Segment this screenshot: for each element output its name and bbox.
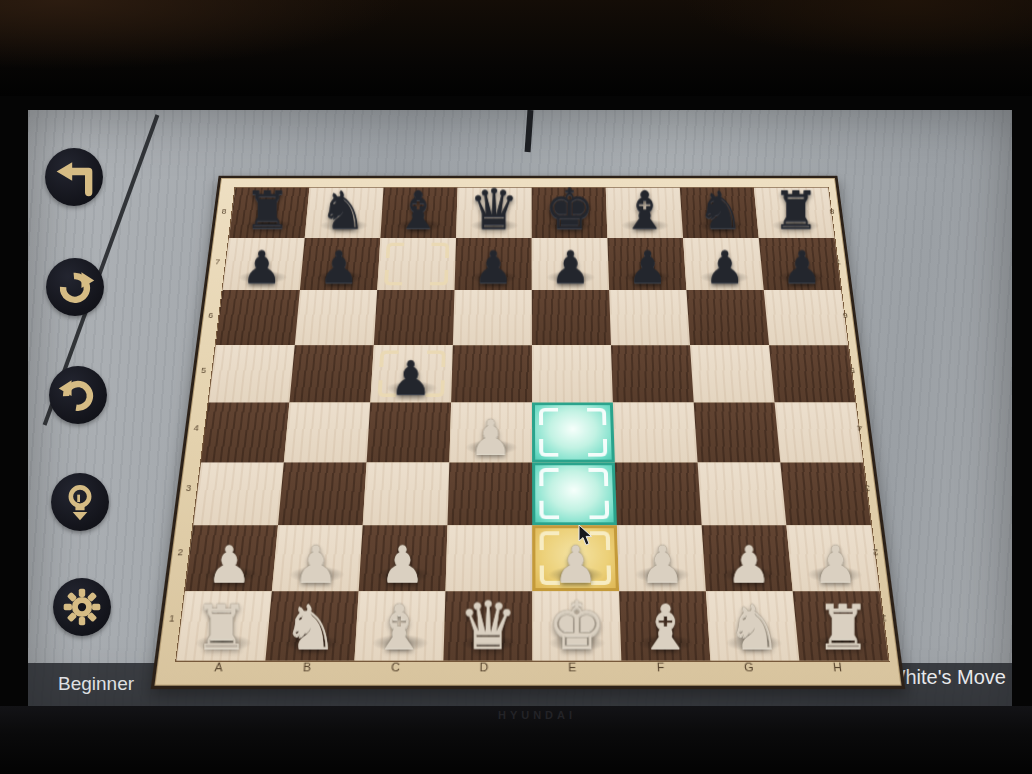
square-h1[interactable]: ♜ xyxy=(793,591,889,660)
square-b1[interactable]: ♞ xyxy=(265,591,358,660)
square-d3[interactable] xyxy=(447,462,532,525)
file-label-F: F xyxy=(616,660,705,680)
square-d5[interactable] xyxy=(451,345,532,402)
room-background xyxy=(0,0,1032,96)
highlight-corner xyxy=(588,439,608,457)
square-c7[interactable] xyxy=(377,238,456,290)
square-h5[interactable] xyxy=(769,345,855,402)
square-b4[interactable] xyxy=(284,402,370,462)
square-f2[interactable]: ♟ xyxy=(617,525,706,591)
square-h7[interactable]: ♟ xyxy=(759,238,841,290)
tv-photo: Beginner 2.White's Move ♜♞♝♛♚♝♞♜♟♟♟♟♟♟♟♟… xyxy=(0,0,1032,774)
square-f4[interactable] xyxy=(613,402,698,462)
file-labels: ABCDEFGH xyxy=(173,660,883,680)
chess-app-screen: Beginner 2.White's Move ♜♞♝♛♚♝♞♜♟♟♟♟♟♟♟♟… xyxy=(28,110,1012,706)
square-e2[interactable]: ♟ xyxy=(532,525,619,591)
square-e7[interactable]: ♟ xyxy=(532,238,609,290)
square-f1[interactable]: ♝ xyxy=(619,591,710,660)
white-bishop-c1: ♝ xyxy=(355,597,444,658)
file-label-H: H xyxy=(793,660,884,680)
square-f6[interactable] xyxy=(609,290,690,345)
highlight-corner xyxy=(539,439,558,457)
file-label-D: D xyxy=(439,660,528,680)
square-h3[interactable] xyxy=(780,462,871,525)
square-b6[interactable] xyxy=(295,290,377,345)
square-g5[interactable] xyxy=(690,345,775,402)
black-queen-d8: ♛ xyxy=(456,181,532,237)
file-label-A: A xyxy=(173,660,264,680)
tv-brand-logo: HYUNDAI xyxy=(472,709,602,721)
square-g2[interactable]: ♟ xyxy=(702,525,793,591)
square-h8[interactable]: ♜ xyxy=(754,188,835,238)
undo-button[interactable] xyxy=(49,366,107,424)
square-g8[interactable]: ♞ xyxy=(680,188,759,238)
white-queen-d1: ♛ xyxy=(444,593,533,659)
square-h6[interactable] xyxy=(764,290,848,345)
white-pawn-d4: ♟ xyxy=(450,413,533,461)
square-e4[interactable] xyxy=(532,402,615,462)
highlight-corner xyxy=(431,243,449,258)
black-king-e8: ♚ xyxy=(532,181,608,237)
highlight-corner xyxy=(539,408,558,425)
highlight-corner xyxy=(588,468,608,486)
square-f5[interactable] xyxy=(611,345,694,402)
black-pawn-c5: ♟ xyxy=(371,354,452,401)
square-b7[interactable]: ♟ xyxy=(300,238,381,290)
square-a8[interactable]: ♜ xyxy=(229,188,309,238)
black-bishop-f8: ♝ xyxy=(607,185,683,237)
square-e1[interactable]: ♚ xyxy=(532,591,621,660)
square-d2[interactable] xyxy=(445,525,532,591)
square-e5[interactable] xyxy=(532,345,613,402)
highlight-corner xyxy=(539,468,559,486)
rank-label-5: 5 xyxy=(843,342,862,398)
square-a5[interactable] xyxy=(209,345,295,402)
chess-board: ♜♞♝♛♚♝♞♜♟♟♟♟♟♟♟♟♟♟♟♟♟♟♟♟♜♞♝♛♚♝♞♜ 8765432… xyxy=(151,176,906,689)
square-a7[interactable]: ♟ xyxy=(223,238,305,290)
circular-arrow-cw-icon xyxy=(46,265,104,309)
square-d7[interactable]: ♟ xyxy=(454,238,531,290)
white-rook-a1: ♜ xyxy=(177,597,266,658)
bent-arrow-left-icon xyxy=(45,155,103,199)
square-b8[interactable]: ♞ xyxy=(305,188,384,238)
file-label-E: E xyxy=(528,660,617,680)
square-g7[interactable]: ♟ xyxy=(683,238,764,290)
black-pawn-f7: ♟ xyxy=(609,244,686,289)
highlight-corner xyxy=(384,270,403,285)
black-bishop-c8: ♝ xyxy=(381,185,457,237)
circular-arrow-ccw-icon xyxy=(49,373,107,417)
square-c8[interactable]: ♝ xyxy=(380,188,457,238)
square-a4[interactable] xyxy=(201,402,289,462)
square-e3[interactable] xyxy=(532,462,617,525)
file-label-B: B xyxy=(262,660,352,680)
square-e8[interactable]: ♚ xyxy=(532,188,608,238)
highlight-corner xyxy=(589,501,609,520)
hint-button[interactable] xyxy=(51,473,109,531)
back-button[interactable] xyxy=(45,148,103,206)
highlight-corner xyxy=(430,270,449,285)
black-pawn-b7: ♟ xyxy=(300,244,377,289)
file-label-C: C xyxy=(350,660,439,680)
square-b2[interactable]: ♟ xyxy=(272,525,363,591)
black-pawn-g7: ♟ xyxy=(686,244,763,289)
white-pawn-h2: ♟ xyxy=(792,539,879,589)
settings-button[interactable] xyxy=(53,578,111,636)
gear-icon xyxy=(53,585,111,629)
square-c6[interactable] xyxy=(374,290,455,345)
square-g1[interactable]: ♞ xyxy=(706,591,799,660)
file-label-G: G xyxy=(704,660,794,680)
square-g4[interactable] xyxy=(694,402,781,462)
black-pawn-e7: ♟ xyxy=(532,244,609,289)
white-pawn-e2: ♟ xyxy=(532,539,619,589)
square-a3[interactable] xyxy=(193,462,284,525)
black-knight-g8: ♞ xyxy=(683,185,759,237)
square-f7[interactable]: ♟ xyxy=(607,238,686,290)
white-pawn-a2: ♟ xyxy=(186,539,273,589)
square-d1[interactable]: ♛ xyxy=(443,591,532,660)
redo-button[interactable] xyxy=(46,258,104,316)
black-rook-h8: ♜ xyxy=(758,185,834,237)
white-pawn-g2: ♟ xyxy=(706,539,793,589)
square-e6[interactable] xyxy=(532,290,611,345)
white-knight-g1: ♞ xyxy=(710,597,799,658)
black-rook-a8: ♜ xyxy=(230,185,306,237)
white-king-e1: ♚ xyxy=(532,593,621,659)
white-rook-h1: ♜ xyxy=(799,597,888,658)
square-d4[interactable]: ♟ xyxy=(449,402,532,462)
highlight-corner xyxy=(587,408,607,425)
square-c1[interactable]: ♝ xyxy=(354,591,445,660)
mouse-cursor xyxy=(578,525,594,551)
white-knight-b1: ♞ xyxy=(266,597,355,658)
square-b3[interactable] xyxy=(278,462,367,525)
square-c2[interactable]: ♟ xyxy=(359,525,448,591)
black-knight-b8: ♞ xyxy=(305,185,381,237)
square-b5[interactable] xyxy=(289,345,373,402)
black-pawn-h7: ♟ xyxy=(763,244,840,289)
toolbar xyxy=(28,110,148,706)
square-a2[interactable]: ♟ xyxy=(185,525,278,591)
square-a1[interactable]: ♜ xyxy=(176,591,271,660)
square-f3[interactable] xyxy=(615,462,702,525)
highlight-corner xyxy=(386,243,405,258)
square-d6[interactable] xyxy=(453,290,532,345)
square-f8[interactable]: ♝ xyxy=(606,188,683,238)
board-grid: ♜♞♝♛♚♝♞♜♟♟♟♟♟♟♟♟♟♟♟♟♟♟♟♟♜♞♝♛♚♝♞♜ xyxy=(175,187,889,662)
black-pawn-a7: ♟ xyxy=(223,244,300,289)
square-c5[interactable]: ♟ xyxy=(370,345,453,402)
white-pawn-f2: ♟ xyxy=(619,539,706,589)
square-c4[interactable] xyxy=(367,402,452,462)
board-scene: ♜♞♝♛♚♝♞♜♟♟♟♟♟♟♟♟♟♟♟♟♟♟♟♟♜♞♝♛♚♝♞♜ 8765432… xyxy=(176,112,880,706)
black-pawn-d7: ♟ xyxy=(455,244,532,289)
square-d8[interactable]: ♛ xyxy=(456,188,532,238)
lightbulb-down-icon xyxy=(51,480,109,524)
highlight-corner xyxy=(539,501,559,520)
square-g6[interactable] xyxy=(686,290,769,345)
square-h2[interactable]: ♟ xyxy=(786,525,879,591)
white-pawn-c2: ♟ xyxy=(359,539,446,589)
white-bishop-f1: ♝ xyxy=(621,597,710,658)
square-h4[interactable] xyxy=(775,402,864,462)
white-pawn-b2: ♟ xyxy=(272,539,359,589)
square-c3[interactable] xyxy=(363,462,450,525)
square-a6[interactable] xyxy=(216,290,300,345)
rank-label-5: 5 xyxy=(194,342,213,398)
square-g3[interactable] xyxy=(698,462,787,525)
